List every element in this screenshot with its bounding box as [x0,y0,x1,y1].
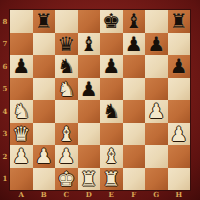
rank-label-2: 2 [0,145,10,168]
rank-label-3: 3 [0,123,10,146]
file-label-b: B [33,189,56,200]
file-labels: A B C D E F G H [10,189,190,200]
square-a6[interactable]: ♟ [10,55,33,78]
square-d1[interactable]: ♜ [78,168,101,191]
square-c1[interactable]: ♚ [55,168,78,191]
black-pawn-icon: ♟ [12,55,30,77]
square-d6[interactable] [78,55,101,78]
black-knight-icon: ♞ [57,55,75,77]
black-bishop-icon: ♝ [80,33,98,55]
black-pawn-icon: ♟ [170,55,188,77]
rank-label-4: 4 [0,100,10,123]
file-label-a: A [10,189,33,200]
square-g8[interactable] [145,10,168,33]
square-b2[interactable]: ♟ [33,145,56,168]
file-label-g: G [145,189,168,200]
rank-label-6: 6 [0,55,10,78]
white-pawn-icon: ♟ [147,100,165,122]
square-f3[interactable] [123,123,146,146]
square-e4[interactable]: ♞ [100,100,123,123]
square-e5[interactable] [100,78,123,101]
square-a3[interactable]: ♛ [10,123,33,146]
square-c5[interactable]: ♞ [55,78,78,101]
white-pawn-icon: ♟ [57,145,75,167]
square-a8[interactable] [10,10,33,33]
square-a5[interactable] [10,78,33,101]
square-g7[interactable]: ♟ [145,33,168,56]
square-f2[interactable] [123,145,146,168]
black-queen-icon: ♛ [57,33,75,55]
square-b1[interactable] [33,168,56,191]
square-g4[interactable]: ♟ [145,100,168,123]
square-g6[interactable] [145,55,168,78]
square-f5[interactable] [123,78,146,101]
white-knight-icon: ♞ [57,78,75,100]
square-c2[interactable]: ♟ [55,145,78,168]
white-bishop-icon: ♝ [102,145,120,167]
square-b8[interactable]: ♜ [33,10,56,33]
white-queen-icon: ♛ [12,123,30,145]
black-rook-icon: ♜ [170,10,188,32]
black-pawn-icon: ♟ [125,33,143,55]
square-g1[interactable] [145,168,168,191]
white-pawn-icon: ♟ [12,145,30,167]
black-pawn-icon: ♟ [147,33,165,55]
square-c6[interactable]: ♞ [55,55,78,78]
square-a4[interactable]: ♞ [10,100,33,123]
square-f1[interactable] [123,168,146,191]
square-b4[interactable] [33,100,56,123]
square-b6[interactable] [33,55,56,78]
white-pawn-icon: ♟ [35,145,53,167]
square-b3[interactable] [33,123,56,146]
square-e1[interactable]: ♜ [100,168,123,191]
square-e3[interactable] [100,123,123,146]
file-label-d: D [78,189,101,200]
square-d4[interactable] [78,100,101,123]
black-king-icon: ♚ [102,10,120,32]
square-c8[interactable] [55,10,78,33]
file-label-e: E [100,189,123,200]
white-knight-icon: ♞ [12,100,30,122]
square-b5[interactable] [33,78,56,101]
rank-label-8: 8 [0,10,10,33]
square-d2[interactable] [78,145,101,168]
square-f4[interactable] [123,100,146,123]
file-label-c: C [55,189,78,200]
black-pawn-icon: ♟ [102,55,120,77]
chess-board: ♜♚♝♜♛♝♟♟♟♞♟♟♞♟♞♞♟♛♝♟♟♟♟♝♚♜♜ [10,10,190,190]
square-c7[interactable]: ♛ [55,33,78,56]
square-h7[interactable] [168,33,191,56]
file-label-f: F [123,189,146,200]
square-f7[interactable]: ♟ [123,33,146,56]
white-rook-icon: ♜ [80,168,98,190]
square-g2[interactable] [145,145,168,168]
rank-label-1: 1 [0,168,10,191]
white-king-icon: ♚ [57,168,75,190]
square-a7[interactable] [10,33,33,56]
square-e7[interactable] [100,33,123,56]
square-b7[interactable] [33,33,56,56]
rank-label-5: 5 [0,78,10,101]
square-d8[interactable] [78,10,101,33]
square-d5[interactable]: ♟ [78,78,101,101]
black-knight-icon: ♞ [102,100,120,122]
file-label-h: H [168,189,191,200]
black-bishop-icon: ♝ [125,10,143,32]
white-rook-icon: ♜ [102,168,120,190]
square-h6[interactable]: ♟ [168,55,191,78]
white-bishop-icon: ♝ [57,123,75,145]
square-c3[interactable]: ♝ [55,123,78,146]
square-c4[interactable] [55,100,78,123]
black-rook-icon: ♜ [35,10,53,32]
square-d7[interactable]: ♝ [78,33,101,56]
square-e6[interactable]: ♟ [100,55,123,78]
white-pawn-icon: ♟ [170,123,188,145]
square-a2[interactable]: ♟ [10,145,33,168]
square-e8[interactable]: ♚ [100,10,123,33]
square-f6[interactable] [123,55,146,78]
square-g3[interactable] [145,123,168,146]
rank-labels: 8 7 6 5 4 3 2 1 [0,10,10,190]
square-h3[interactable]: ♟ [168,123,191,146]
square-h1[interactable] [168,168,191,191]
square-a1[interactable] [10,168,33,191]
square-g5[interactable] [145,78,168,101]
square-e2[interactable]: ♝ [100,145,123,168]
square-h2[interactable] [168,145,191,168]
rank-label-7: 7 [0,33,10,56]
board-frame: 8 7 6 5 4 3 2 1 ♜♚♝♜♛♝♟♟♟♞♟♟♞♟♞♞♟♛♝♟♟♟♟♝… [0,0,200,200]
square-h5[interactable] [168,78,191,101]
square-h8[interactable]: ♜ [168,10,191,33]
square-h4[interactable] [168,100,191,123]
square-f8[interactable]: ♝ [123,10,146,33]
black-pawn-icon: ♟ [80,78,98,100]
square-d3[interactable] [78,123,101,146]
